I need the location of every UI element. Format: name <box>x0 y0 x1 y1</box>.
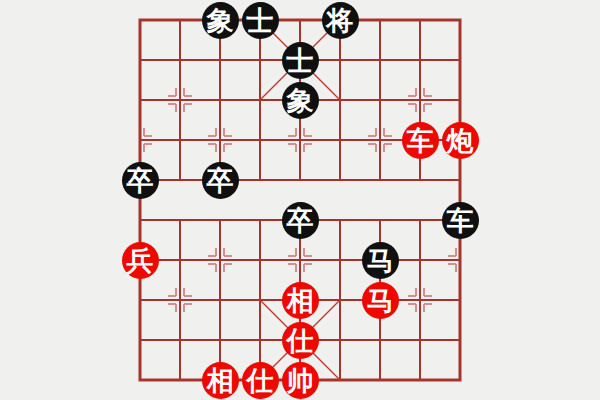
piece-red-cannon[interactable]: 炮 <box>442 122 479 159</box>
piece-black-general[interactable]: 将 <box>322 2 359 39</box>
piece-red-elephant[interactable]: 相 <box>202 362 239 399</box>
piece-red-soldier[interactable]: 兵 <box>122 242 159 279</box>
piece-red-general[interactable]: 帅 <box>282 362 319 399</box>
xiangqi-board[interactable]: 象士将士象车炮卒卒卒车兵马相马仕相仕帅 <box>0 0 600 400</box>
piece-red-chariot[interactable]: 车 <box>402 122 439 159</box>
piece-black-elephant[interactable]: 象 <box>202 2 239 39</box>
piece-black-chariot[interactable]: 车 <box>442 202 479 239</box>
piece-black-horse[interactable]: 马 <box>362 242 399 279</box>
piece-red-horse[interactable]: 马 <box>362 282 399 319</box>
piece-black-soldier[interactable]: 卒 <box>202 162 239 199</box>
piece-red-advisor[interactable]: 仕 <box>282 322 319 359</box>
piece-red-advisor[interactable]: 仕 <box>242 362 279 399</box>
pieces-layer: 象士将士象车炮卒卒卒车兵马相马仕相仕帅 <box>0 0 600 400</box>
piece-black-soldier[interactable]: 卒 <box>282 202 319 239</box>
piece-red-elephant[interactable]: 相 <box>282 282 319 319</box>
piece-black-elephant[interactable]: 象 <box>282 82 319 119</box>
piece-black-advisor[interactable]: 士 <box>282 42 319 79</box>
piece-black-soldier[interactable]: 卒 <box>122 162 159 199</box>
piece-black-advisor[interactable]: 士 <box>242 2 279 39</box>
